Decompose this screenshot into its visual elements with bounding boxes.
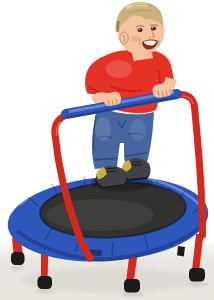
leg-shadow xyxy=(187,281,209,287)
mat-sheen xyxy=(46,199,154,231)
leg-cap xyxy=(38,276,53,289)
scene-illustration xyxy=(0,0,214,300)
trampoline-boy-photo xyxy=(0,0,214,300)
hair-shade xyxy=(117,21,118,32)
leg-shadow xyxy=(9,266,25,271)
jeans-highlight xyxy=(130,119,146,141)
nostril xyxy=(153,36,155,38)
nostril xyxy=(149,37,151,39)
left-shoe xyxy=(95,166,126,188)
leg-cap xyxy=(124,279,140,293)
eye-glint xyxy=(139,29,140,30)
leg-cap xyxy=(11,252,25,265)
eye-glint xyxy=(152,27,153,28)
leg-cap xyxy=(189,268,205,282)
ear xyxy=(120,32,128,44)
cheek-blush xyxy=(132,36,141,42)
pad-strap xyxy=(177,246,185,257)
eye-left xyxy=(137,28,142,32)
jeans-highlight xyxy=(95,117,111,141)
shirt-highlight xyxy=(106,60,132,78)
